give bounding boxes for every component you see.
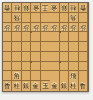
board-cell[interactable] <box>41 42 50 52</box>
board-cell[interactable] <box>69 42 78 52</box>
board-cell[interactable]: 銀 <box>60 81 69 91</box>
shogi-piece[interactable]: 銀 <box>22 3 30 12</box>
board-cell[interactable]: 歩 <box>50 23 59 33</box>
shogi-piece[interactable]: 香 <box>3 3 11 12</box>
board-cell[interactable] <box>60 52 69 62</box>
shogi-piece[interactable]: 香 <box>79 82 87 91</box>
shogi-piece[interactable]: 歩 <box>50 23 58 32</box>
shogi-piece[interactable]: 歩 <box>79 23 87 32</box>
board-cell[interactable] <box>50 71 59 81</box>
board-cell[interactable] <box>69 52 78 62</box>
board-cell[interactable]: 王 <box>41 3 50 13</box>
board-cell[interactable] <box>22 32 31 42</box>
board-cell[interactable]: 歩 <box>31 23 40 33</box>
shogi-piece[interactable]: 銀 <box>22 82 30 91</box>
shogi-piece[interactable]: 歩 <box>69 23 77 32</box>
board-cell[interactable]: 歩 <box>60 23 69 33</box>
shogi-piece[interactable]: 桂 <box>69 3 77 12</box>
shogi-piece[interactable]: 角 <box>69 13 77 22</box>
board-cell[interactable]: 飛 <box>69 71 78 81</box>
board-cell[interactable] <box>60 32 69 42</box>
shogi-piece[interactable]: 銀 <box>60 82 68 91</box>
board-cell[interactable] <box>50 42 59 52</box>
board-cell[interactable]: 銀 <box>22 81 31 91</box>
board-cell[interactable] <box>3 13 12 23</box>
shogi-piece[interactable]: 金 <box>32 3 40 12</box>
board-cell[interactable] <box>79 32 88 42</box>
shogi-app-window: 香桂銀金王金銀桂香飛角歩歩歩歩歩歩歩歩歩角飛香桂銀金玉金銀桂香 <box>0 0 93 100</box>
board-cell[interactable] <box>3 42 12 52</box>
board-cell[interactable]: 桂 <box>69 3 78 13</box>
board-cell[interactable] <box>41 71 50 81</box>
board-cell[interactable]: 飛 <box>12 13 21 23</box>
board-cell[interactable] <box>12 32 21 42</box>
shogi-piece[interactable]: 金 <box>32 82 40 91</box>
board-cell[interactable] <box>22 62 31 72</box>
board-cell[interactable]: 桂 <box>12 3 21 13</box>
shogi-piece[interactable]: 王 <box>41 3 49 12</box>
board-cell[interactable] <box>60 62 69 72</box>
board-cell[interactable] <box>79 62 88 72</box>
board-cell[interactable]: 香 <box>79 81 88 91</box>
board-cell[interactable]: 金 <box>31 3 40 13</box>
shogi-piece[interactable]: 歩 <box>22 23 30 32</box>
board-cell[interactable] <box>12 52 21 62</box>
board-cell[interactable] <box>41 13 50 23</box>
board-cell[interactable] <box>79 42 88 52</box>
board-cell[interactable] <box>22 13 31 23</box>
board-cell[interactable] <box>69 32 78 42</box>
board-cell[interactable] <box>50 52 59 62</box>
board-cell[interactable]: 銀 <box>22 3 31 13</box>
board-cell[interactable] <box>50 13 59 23</box>
board-cell[interactable] <box>22 42 31 52</box>
shogi-piece[interactable]: 桂 <box>69 82 77 91</box>
board-cell[interactable]: 歩 <box>12 23 21 33</box>
shogi-piece[interactable]: 歩 <box>41 23 49 32</box>
board-cell[interactable] <box>22 52 31 62</box>
shogi-piece[interactable]: 飛 <box>69 72 77 81</box>
board-cell[interactable] <box>3 62 12 72</box>
board-cell[interactable]: 桂 <box>12 81 21 91</box>
board-cell[interactable] <box>31 42 40 52</box>
shogi-piece[interactable]: 香 <box>79 3 87 12</box>
shogi-piece[interactable]: 桂 <box>13 82 21 91</box>
board-cell[interactable] <box>79 71 88 81</box>
board-cell[interactable] <box>50 62 59 72</box>
board-cell[interactable]: 歩 <box>3 23 12 33</box>
board-cell[interactable]: 玉 <box>41 81 50 91</box>
board-cell[interactable] <box>12 42 21 52</box>
board-cell[interactable]: 金 <box>31 81 40 91</box>
board-cell[interactable] <box>41 62 50 72</box>
board-cell[interactable] <box>41 32 50 42</box>
board-cell[interactable]: 角 <box>69 13 78 23</box>
shogi-piece[interactable]: 金 <box>50 82 58 91</box>
shogi-piece[interactable]: 歩 <box>13 23 21 32</box>
shogi-piece[interactable]: 歩 <box>60 23 68 32</box>
shogi-piece[interactable]: 香 <box>3 82 11 91</box>
board-cell[interactable]: 金 <box>50 81 59 91</box>
board-cell[interactable] <box>3 32 12 42</box>
board-cell[interactable] <box>22 71 31 81</box>
board-cell[interactable]: 香 <box>3 81 12 91</box>
board-cell[interactable] <box>79 52 88 62</box>
shogi-piece[interactable]: 飛 <box>13 13 21 22</box>
board-cell[interactable]: 歩 <box>69 23 78 33</box>
board-cell[interactable] <box>60 71 69 81</box>
shogi-piece[interactable]: 歩 <box>32 23 40 32</box>
board-cell[interactable]: 金 <box>50 3 59 13</box>
board-cell[interactable] <box>60 42 69 52</box>
shogi-board: 香桂銀金王金銀桂香飛角歩歩歩歩歩歩歩歩歩角飛香桂銀金玉金銀桂香 <box>2 2 89 92</box>
board-cell[interactable]: 桂 <box>69 81 78 91</box>
board-cell[interactable]: 歩 <box>41 23 50 33</box>
board-cell[interactable] <box>31 32 40 42</box>
board-cell[interactable] <box>31 52 40 62</box>
board-cell[interactable] <box>69 62 78 72</box>
shogi-piece[interactable]: 玉 <box>41 82 49 91</box>
board-cell[interactable]: 銀 <box>60 3 69 13</box>
board-cell[interactable] <box>79 13 88 23</box>
shogi-piece[interactable]: 金 <box>50 3 58 12</box>
shogi-piece[interactable]: 歩 <box>3 23 11 32</box>
board-cell[interactable]: 角 <box>12 71 21 81</box>
board-cell[interactable] <box>3 52 12 62</box>
board-cell[interactable]: 香 <box>3 3 12 13</box>
board-cell[interactable] <box>60 13 69 23</box>
board-cell[interactable] <box>12 62 21 72</box>
board-cell[interactable] <box>50 32 59 42</box>
board-cell[interactable] <box>31 62 40 72</box>
shogi-piece[interactable]: 銀 <box>60 3 68 12</box>
board-cell[interactable] <box>31 71 40 81</box>
board-cell[interactable]: 歩 <box>79 23 88 33</box>
shogi-piece[interactable]: 桂 <box>13 3 21 12</box>
shogi-piece[interactable]: 角 <box>13 72 21 81</box>
board-cell[interactable]: 歩 <box>22 23 31 33</box>
board-cell[interactable] <box>41 52 50 62</box>
board-cell[interactable] <box>31 13 40 23</box>
board-cell[interactable]: 香 <box>79 3 88 13</box>
board-cell[interactable] <box>3 71 12 81</box>
